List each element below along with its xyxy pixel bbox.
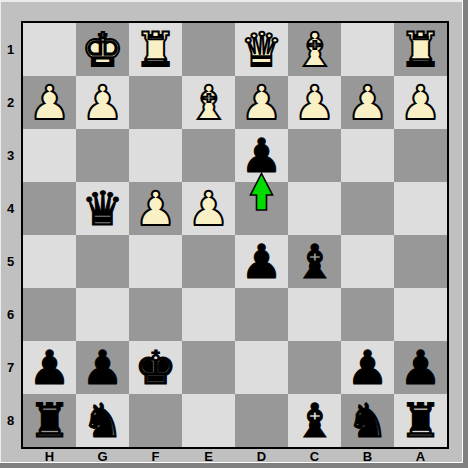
square-a3[interactable] <box>394 129 447 182</box>
square-a1[interactable]: ♜ <box>394 23 447 76</box>
square-a6[interactable] <box>394 288 447 341</box>
square-h7[interactable]: ♟ <box>23 341 76 394</box>
file-label-f: F <box>129 449 182 464</box>
square-a4[interactable] <box>394 182 447 235</box>
square-c2[interactable]: ♟ <box>288 76 341 129</box>
square-d7[interactable] <box>235 341 288 394</box>
rank-label-3: 3 <box>0 129 21 182</box>
square-d2[interactable]: ♟ <box>235 76 288 129</box>
square-e8[interactable] <box>182 394 235 447</box>
square-g8[interactable]: ♞ <box>76 394 129 447</box>
square-h4[interactable] <box>23 182 76 235</box>
square-c8[interactable]: ♝ <box>288 394 341 447</box>
square-f6[interactable] <box>129 288 182 341</box>
piece-black-knight: ♞ <box>81 397 123 444</box>
square-h5[interactable] <box>23 235 76 288</box>
square-g4[interactable]: ♛ <box>76 182 129 235</box>
square-f5[interactable] <box>129 235 182 288</box>
square-e3[interactable] <box>182 129 235 182</box>
rank-label-6: 6 <box>0 288 21 341</box>
piece-black-pawn: ♟ <box>240 238 282 285</box>
square-b1[interactable] <box>341 23 394 76</box>
rank-label-4: 4 <box>0 182 21 235</box>
piece-white-pawn: ♟ <box>399 79 441 126</box>
square-h1[interactable] <box>23 23 76 76</box>
square-e6[interactable] <box>182 288 235 341</box>
square-f4[interactable]: ♟ <box>129 182 182 235</box>
last-move-arrow <box>241 172 282 212</box>
file-label-h: H <box>23 449 76 464</box>
square-b3[interactable] <box>341 129 394 182</box>
piece-white-pawn: ♟ <box>81 79 123 126</box>
square-g7[interactable]: ♟ <box>76 341 129 394</box>
square-e4[interactable]: ♟ <box>182 182 235 235</box>
square-b6[interactable] <box>341 288 394 341</box>
square-f8[interactable] <box>129 394 182 447</box>
square-c6[interactable] <box>288 288 341 341</box>
piece-black-pawn: ♟ <box>346 344 388 391</box>
square-f1[interactable]: ♜ <box>129 23 182 76</box>
piece-black-bishop: ♝ <box>293 397 335 444</box>
square-d8[interactable] <box>235 394 288 447</box>
square-d1[interactable]: ♛ <box>235 23 288 76</box>
piece-black-knight: ♞ <box>346 397 388 444</box>
rank-label-7: 7 <box>0 341 21 394</box>
square-a5[interactable] <box>394 235 447 288</box>
rank-label-8: 8 <box>0 394 21 447</box>
piece-black-pawn: ♟ <box>399 344 441 391</box>
file-label-c: C <box>288 449 341 464</box>
square-f2[interactable] <box>129 76 182 129</box>
file-label-a: A <box>394 449 447 464</box>
piece-white-king: ♚ <box>81 26 123 73</box>
square-d6[interactable] <box>235 288 288 341</box>
piece-white-pawn: ♟ <box>28 79 70 126</box>
piece-white-pawn: ♟ <box>187 185 229 232</box>
file-label-e: E <box>182 449 235 464</box>
chess-board: ♚♜♛♝♜♟♟♝♟♟♟♟♟♛♟♟♟♝♟♟♚♟♟♜♞♝♞♜ <box>21 21 449 449</box>
square-h8[interactable]: ♜ <box>23 394 76 447</box>
square-e5[interactable] <box>182 235 235 288</box>
piece-black-rook: ♜ <box>399 397 441 444</box>
piece-black-pawn: ♟ <box>81 344 123 391</box>
rank-label-5: 5 <box>0 235 21 288</box>
piece-black-pawn: ♟ <box>28 344 70 391</box>
file-label-b: B <box>341 449 394 464</box>
square-g6[interactable] <box>76 288 129 341</box>
piece-white-bishop: ♝ <box>187 79 229 126</box>
piece-white-pawn: ♟ <box>240 79 282 126</box>
square-b4[interactable] <box>341 182 394 235</box>
file-label-g: G <box>76 449 129 464</box>
square-g1[interactable]: ♚ <box>76 23 129 76</box>
square-h6[interactable] <box>23 288 76 341</box>
piece-white-pawn: ♟ <box>346 79 388 126</box>
piece-white-rook: ♜ <box>134 26 176 73</box>
square-f3[interactable] <box>129 129 182 182</box>
square-e7[interactable] <box>182 341 235 394</box>
piece-white-bishop: ♝ <box>293 26 335 73</box>
square-g5[interactable] <box>76 235 129 288</box>
piece-black-queen: ♛ <box>81 185 123 232</box>
square-c5[interactable]: ♝ <box>288 235 341 288</box>
square-g2[interactable]: ♟ <box>76 76 129 129</box>
square-a7[interactable]: ♟ <box>394 341 447 394</box>
square-b8[interactable]: ♞ <box>341 394 394 447</box>
square-h2[interactable]: ♟ <box>23 76 76 129</box>
file-label-d: D <box>235 449 288 464</box>
rank-label-2: 2 <box>0 76 21 129</box>
square-h3[interactable] <box>23 129 76 182</box>
square-c1[interactable]: ♝ <box>288 23 341 76</box>
square-c7[interactable] <box>288 341 341 394</box>
square-b7[interactable]: ♟ <box>341 341 394 394</box>
square-e1[interactable] <box>182 23 235 76</box>
square-b2[interactable]: ♟ <box>341 76 394 129</box>
piece-white-pawn: ♟ <box>293 79 335 126</box>
chess-app-board-panel: ♚♜♛♝♜♟♟♝♟♟♟♟♟♛♟♟♟♝♟♟♚♟♟♜♞♝♞♜ 12345678 HG… <box>0 0 468 468</box>
square-e2[interactable]: ♝ <box>182 76 235 129</box>
square-g3[interactable] <box>76 129 129 182</box>
piece-white-pawn: ♟ <box>134 185 176 232</box>
piece-black-bishop: ♝ <box>293 238 335 285</box>
piece-white-rook: ♜ <box>399 26 441 73</box>
square-f7[interactable]: ♚ <box>129 341 182 394</box>
last-move-arrow-shape <box>251 174 273 211</box>
square-c3[interactable] <box>288 129 341 182</box>
piece-black-rook: ♜ <box>28 397 70 444</box>
square-d5[interactable]: ♟ <box>235 235 288 288</box>
piece-white-queen: ♛ <box>240 26 282 73</box>
piece-black-king: ♚ <box>134 344 176 391</box>
square-a2[interactable]: ♟ <box>394 76 447 129</box>
square-c4[interactable] <box>288 182 341 235</box>
square-a8[interactable]: ♜ <box>394 394 447 447</box>
square-b5[interactable] <box>341 235 394 288</box>
rank-label-1: 1 <box>0 23 21 76</box>
